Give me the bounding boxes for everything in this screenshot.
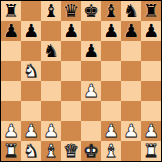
square-a4[interactable] bbox=[1, 81, 21, 101]
square-b6[interactable] bbox=[21, 41, 41, 61]
square-f1[interactable]: ♝ bbox=[101, 141, 121, 161]
black-king[interactable]: ♚ bbox=[83, 1, 99, 21]
white-queen[interactable]: ♛ bbox=[63, 141, 79, 161]
square-g3[interactable] bbox=[121, 101, 141, 121]
square-h1[interactable]: ♜ bbox=[141, 141, 161, 161]
square-b2[interactable]: ♟ bbox=[21, 121, 41, 141]
square-d7[interactable]: ♟ bbox=[61, 21, 81, 41]
black-knight[interactable]: ♞ bbox=[43, 41, 59, 61]
square-f3[interactable] bbox=[101, 101, 121, 121]
square-g4[interactable] bbox=[121, 81, 141, 101]
square-c5[interactable] bbox=[41, 61, 61, 81]
square-a1[interactable]: ♜ bbox=[1, 141, 21, 161]
square-a5[interactable] bbox=[1, 61, 21, 81]
black-bishop[interactable]: ♝ bbox=[43, 1, 59, 21]
square-c8[interactable]: ♝ bbox=[41, 1, 61, 21]
square-g8[interactable]: ♞ bbox=[121, 1, 141, 21]
square-h2[interactable]: ♟ bbox=[141, 121, 161, 141]
square-g5[interactable] bbox=[121, 61, 141, 81]
square-b5[interactable]: ♞ bbox=[21, 61, 41, 81]
square-h8[interactable]: ♜ bbox=[141, 1, 161, 21]
square-h7[interactable]: ♟ bbox=[141, 21, 161, 41]
white-pawn[interactable]: ♟ bbox=[83, 81, 99, 101]
square-h3[interactable] bbox=[141, 101, 161, 121]
white-pawn[interactable]: ♟ bbox=[43, 121, 59, 141]
square-g2[interactable]: ♟ bbox=[121, 121, 141, 141]
square-h5[interactable] bbox=[141, 61, 161, 81]
white-pawn[interactable]: ♟ bbox=[123, 121, 139, 141]
black-pawn[interactable]: ♟ bbox=[23, 21, 39, 41]
square-c3[interactable] bbox=[41, 101, 61, 121]
square-e1[interactable]: ♚ bbox=[81, 141, 101, 161]
square-a7[interactable]: ♟ bbox=[1, 21, 21, 41]
white-king[interactable]: ♚ bbox=[83, 141, 99, 161]
black-pawn[interactable]: ♟ bbox=[3, 21, 19, 41]
square-a3[interactable] bbox=[1, 101, 21, 121]
black-pawn[interactable]: ♟ bbox=[63, 21, 79, 41]
square-d5[interactable] bbox=[61, 61, 81, 81]
square-e4[interactable]: ♟ bbox=[81, 81, 101, 101]
white-knight[interactable]: ♞ bbox=[23, 141, 39, 161]
square-a6[interactable] bbox=[1, 41, 21, 61]
square-g7[interactable]: ♟ bbox=[121, 21, 141, 41]
square-f6[interactable] bbox=[101, 41, 121, 61]
square-a8[interactable]: ♜ bbox=[1, 1, 21, 21]
square-d2[interactable] bbox=[61, 121, 81, 141]
square-b1[interactable]: ♞ bbox=[21, 141, 41, 161]
white-bishop[interactable]: ♝ bbox=[103, 141, 119, 161]
square-e6[interactable]: ♟ bbox=[81, 41, 101, 61]
square-e2[interactable] bbox=[81, 121, 101, 141]
square-h4[interactable] bbox=[141, 81, 161, 101]
black-pawn[interactable]: ♟ bbox=[83, 41, 99, 61]
square-d1[interactable]: ♛ bbox=[61, 141, 81, 161]
white-pawn[interactable]: ♟ bbox=[143, 121, 159, 141]
white-pawn[interactable]: ♟ bbox=[3, 121, 19, 141]
square-e7[interactable] bbox=[81, 21, 101, 41]
white-pawn[interactable]: ♟ bbox=[103, 121, 119, 141]
square-e8[interactable]: ♚ bbox=[81, 1, 101, 21]
black-bishop[interactable]: ♝ bbox=[103, 1, 119, 21]
square-c2[interactable]: ♟ bbox=[41, 121, 61, 141]
black-pawn[interactable]: ♟ bbox=[123, 21, 139, 41]
square-c6[interactable]: ♞ bbox=[41, 41, 61, 61]
square-c1[interactable]: ♝ bbox=[41, 141, 61, 161]
square-b8[interactable] bbox=[21, 1, 41, 21]
square-b3[interactable] bbox=[21, 101, 41, 121]
square-e5[interactable] bbox=[81, 61, 101, 81]
square-b7[interactable]: ♟ bbox=[21, 21, 41, 41]
square-c7[interactable] bbox=[41, 21, 61, 41]
chess-board: ♜♝♛♚♝♞♜♟♟♟♟♟♟♞♟♞♟♟♟♟♟♟♟♜♞♝♛♚♝♜ bbox=[0, 0, 162, 162]
black-rook[interactable]: ♜ bbox=[143, 1, 159, 21]
square-f5[interactable] bbox=[101, 61, 121, 81]
square-g1[interactable] bbox=[121, 141, 141, 161]
square-h6[interactable] bbox=[141, 41, 161, 61]
white-knight[interactable]: ♞ bbox=[23, 61, 39, 81]
white-pawn[interactable]: ♟ bbox=[23, 121, 39, 141]
white-rook[interactable]: ♜ bbox=[143, 141, 159, 161]
square-f8[interactable]: ♝ bbox=[101, 1, 121, 21]
square-b4[interactable] bbox=[21, 81, 41, 101]
white-bishop[interactable]: ♝ bbox=[43, 141, 59, 161]
black-pawn[interactable]: ♟ bbox=[103, 21, 119, 41]
square-d3[interactable] bbox=[61, 101, 81, 121]
square-g6[interactable] bbox=[121, 41, 141, 61]
black-rook[interactable]: ♜ bbox=[3, 1, 19, 21]
square-d6[interactable] bbox=[61, 41, 81, 61]
black-pawn[interactable]: ♟ bbox=[143, 21, 159, 41]
white-rook[interactable]: ♜ bbox=[3, 141, 19, 161]
square-f2[interactable]: ♟ bbox=[101, 121, 121, 141]
square-d8[interactable]: ♛ bbox=[61, 1, 81, 21]
square-f7[interactable]: ♟ bbox=[101, 21, 121, 41]
square-a2[interactable]: ♟ bbox=[1, 121, 21, 141]
square-f4[interactable] bbox=[101, 81, 121, 101]
black-queen[interactable]: ♛ bbox=[63, 1, 79, 21]
black-knight[interactable]: ♞ bbox=[123, 1, 139, 21]
square-d4[interactable] bbox=[61, 81, 81, 101]
square-c4[interactable] bbox=[41, 81, 61, 101]
square-e3[interactable] bbox=[81, 101, 101, 121]
